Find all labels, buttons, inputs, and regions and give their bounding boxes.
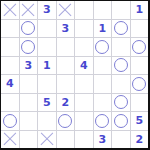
cell-r3c5[interactable] bbox=[75, 38, 93, 56]
cell-r5c7[interactable] bbox=[112, 75, 130, 93]
cell-r4c8[interactable] bbox=[131, 57, 149, 75]
clue-number: 4 bbox=[6, 78, 14, 89]
cell-r3c6[interactable] bbox=[94, 38, 112, 56]
cell-r7c6[interactable] bbox=[94, 112, 112, 130]
cell-r6c4: 2 bbox=[57, 94, 75, 112]
cell-r5c5[interactable] bbox=[75, 75, 93, 93]
cell-r7c1[interactable] bbox=[1, 112, 19, 130]
circle-mark-icon bbox=[21, 21, 35, 35]
cell-r1c7[interactable] bbox=[112, 1, 130, 19]
circle-mark-icon bbox=[58, 114, 72, 128]
cell-r3c4[interactable] bbox=[57, 38, 75, 56]
x-mark-icon bbox=[22, 3, 35, 16]
cell-r3c7[interactable] bbox=[112, 38, 130, 56]
circle-mark-icon bbox=[21, 40, 35, 54]
circle-mark-icon bbox=[95, 114, 109, 128]
cell-r6c8[interactable] bbox=[131, 94, 149, 112]
cell-r4c3: 1 bbox=[38, 57, 56, 75]
x-mark-icon bbox=[3, 3, 16, 16]
cell-r3c1[interactable] bbox=[1, 38, 19, 56]
clue-number: 1 bbox=[43, 60, 51, 71]
cell-r2c3[interactable] bbox=[38, 20, 56, 38]
cell-r6c2[interactable] bbox=[20, 94, 38, 112]
cell-r8c6: 3 bbox=[94, 131, 112, 149]
circle-mark-icon bbox=[132, 77, 146, 91]
cell-r3c2[interactable] bbox=[20, 38, 38, 56]
cell-r8c4[interactable] bbox=[57, 131, 75, 149]
puzzle-board: 3131314452532 bbox=[0, 0, 150, 150]
cell-r8c7[interactable] bbox=[112, 131, 130, 149]
cell-r2c2[interactable] bbox=[20, 20, 38, 38]
cell-r7c8: 5 bbox=[131, 112, 149, 130]
clue-number: 3 bbox=[24, 60, 32, 71]
cell-r3c3[interactable] bbox=[38, 38, 56, 56]
clue-number: 4 bbox=[80, 60, 88, 71]
cell-r6c7[interactable] bbox=[112, 94, 130, 112]
cell-r1c4[interactable] bbox=[57, 1, 75, 19]
x-mark-icon bbox=[40, 133, 53, 146]
cell-r1c3: 3 bbox=[38, 1, 56, 19]
clue-number: 3 bbox=[43, 4, 51, 15]
cell-r7c4[interactable] bbox=[57, 112, 75, 130]
cell-r4c5: 4 bbox=[75, 57, 93, 75]
clue-number: 5 bbox=[135, 115, 143, 126]
circle-mark-icon bbox=[114, 95, 128, 109]
cell-r7c3[interactable] bbox=[38, 112, 56, 130]
cell-r5c6[interactable] bbox=[94, 75, 112, 93]
cell-r8c5[interactable] bbox=[75, 131, 93, 149]
cell-r8c8: 2 bbox=[131, 131, 149, 149]
cell-r6c6[interactable] bbox=[94, 94, 112, 112]
cell-r1c1[interactable] bbox=[1, 1, 19, 19]
circle-mark-icon bbox=[114, 114, 128, 128]
circle-mark-icon bbox=[3, 114, 17, 128]
cell-r1c6[interactable] bbox=[94, 1, 112, 19]
clue-number: 1 bbox=[98, 23, 106, 34]
circle-mark-icon bbox=[95, 40, 109, 54]
cell-r4c7[interactable] bbox=[112, 57, 130, 75]
cell-r6c3: 5 bbox=[38, 94, 56, 112]
cell-r2c7[interactable] bbox=[112, 20, 130, 38]
clue-number: 2 bbox=[135, 134, 143, 145]
cell-r4c4[interactable] bbox=[57, 57, 75, 75]
cell-r4c2: 3 bbox=[20, 57, 38, 75]
clue-number: 3 bbox=[61, 23, 69, 34]
cell-r1c5[interactable] bbox=[75, 1, 93, 19]
cell-r5c3[interactable] bbox=[38, 75, 56, 93]
cell-r8c3[interactable] bbox=[38, 131, 56, 149]
cell-r2c1[interactable] bbox=[1, 20, 19, 38]
cell-r4c6[interactable] bbox=[94, 57, 112, 75]
cell-r6c5[interactable] bbox=[75, 94, 93, 112]
clue-number: 5 bbox=[43, 97, 51, 108]
cell-r8c2[interactable] bbox=[20, 131, 38, 149]
cell-r7c5[interactable] bbox=[75, 112, 93, 130]
x-mark-icon bbox=[3, 133, 16, 146]
cell-r3c8[interactable] bbox=[131, 38, 149, 56]
circle-mark-icon bbox=[114, 58, 128, 72]
clue-number: 2 bbox=[61, 97, 69, 108]
x-mark-icon bbox=[59, 3, 72, 16]
cell-r1c8: 1 bbox=[131, 1, 149, 19]
cell-r6c1[interactable] bbox=[1, 94, 19, 112]
cell-r2c4: 3 bbox=[57, 20, 75, 38]
cell-r1c2[interactable] bbox=[20, 1, 38, 19]
cell-r7c7[interactable] bbox=[112, 112, 130, 130]
clue-number: 3 bbox=[98, 134, 106, 145]
cell-r8c1[interactable] bbox=[1, 131, 19, 149]
cell-r5c1: 4 bbox=[1, 75, 19, 93]
cell-r5c2[interactable] bbox=[20, 75, 38, 93]
circle-mark-icon bbox=[132, 40, 146, 54]
cell-r2c5[interactable] bbox=[75, 20, 93, 38]
cell-r4c1[interactable] bbox=[1, 57, 19, 75]
cell-r2c8[interactable] bbox=[131, 20, 149, 38]
cell-r7c2[interactable] bbox=[20, 112, 38, 130]
circle-mark-icon bbox=[114, 21, 128, 35]
cell-r5c4[interactable] bbox=[57, 75, 75, 93]
cell-r2c6: 1 bbox=[94, 20, 112, 38]
clue-number: 1 bbox=[135, 4, 143, 15]
cell-r5c8[interactable] bbox=[131, 75, 149, 93]
